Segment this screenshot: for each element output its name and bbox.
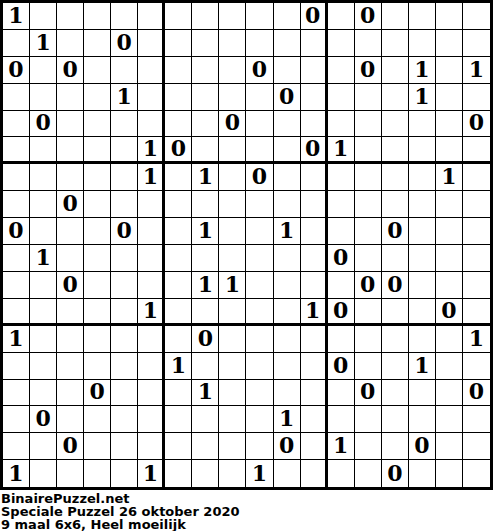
cell-r18c4[interactable] (84, 460, 111, 487)
cell-r3c17[interactable] (436, 57, 463, 84)
cell-r3c8[interactable] (192, 57, 219, 84)
cell-r2c5: 0 (111, 30, 138, 57)
cell-r4c8[interactable] (192, 84, 219, 111)
cell-r7c18[interactable] (463, 164, 490, 191)
cell-r3c14: 0 (355, 57, 382, 84)
cell-r9c11: 1 (274, 218, 301, 245)
cell-r12c7[interactable] (165, 299, 192, 326)
cell-r12c3[interactable] (57, 299, 84, 326)
cell-r13c16[interactable] (409, 326, 436, 353)
cell-r2c17[interactable] (436, 30, 463, 57)
cell-r10c6[interactable] (138, 245, 165, 272)
cell-r2c7[interactable] (165, 30, 192, 57)
cell-r13c1: 1 (3, 326, 30, 353)
cell-r3c18: 1 (463, 57, 490, 84)
cell-r9c16[interactable] (409, 218, 436, 245)
cell-r16c6[interactable] (138, 406, 165, 433)
cell-r8c1[interactable] (3, 191, 30, 218)
cell-r17c17[interactable] (436, 433, 463, 460)
cell-r9c5: 0 (111, 218, 138, 245)
cell-r17c15[interactable] (382, 433, 409, 460)
cell-r12c9[interactable] (219, 299, 246, 326)
cell-r1c16[interactable] (409, 3, 436, 30)
cell-r18c18[interactable] (463, 460, 490, 487)
cell-r6c1[interactable] (3, 137, 30, 164)
cell-r1c18[interactable] (463, 3, 490, 30)
cell-r12c16[interactable] (409, 299, 436, 326)
cell-r10c10[interactable] (246, 245, 273, 272)
cell-r3c15[interactable] (382, 57, 409, 84)
cell-r16c10[interactable] (246, 406, 273, 433)
cell-r15c7[interactable] (165, 380, 192, 407)
cell-r13c12[interactable] (301, 326, 328, 353)
cell-r16c1[interactable] (3, 406, 30, 433)
cell-r16c9[interactable] (219, 406, 246, 433)
cell-r2c10[interactable] (246, 30, 273, 57)
cell-r14c5[interactable] (111, 353, 138, 380)
cell-r7c3[interactable] (57, 164, 84, 191)
cell-r16c8[interactable] (192, 406, 219, 433)
cell-r2c16[interactable] (409, 30, 436, 57)
cell-r1c7[interactable] (165, 3, 192, 30)
cell-r6c14[interactable] (355, 137, 382, 164)
cell-r2c11[interactable] (274, 30, 301, 57)
cell-r4c1[interactable] (3, 84, 30, 111)
cell-r17c14[interactable] (355, 433, 382, 460)
cell-r16c7[interactable] (165, 406, 192, 433)
cell-r8c4[interactable] (84, 191, 111, 218)
cell-r1c17[interactable] (436, 3, 463, 30)
cell-r14c15[interactable] (382, 353, 409, 380)
binary-puzzle-board: 1001000001110100010011101000110100110011… (0, 0, 493, 490)
cell-r18c5[interactable] (111, 460, 138, 487)
cell-r9c4[interactable] (84, 218, 111, 245)
cell-r13c14[interactable] (355, 326, 382, 353)
cell-r15c3[interactable] (57, 380, 84, 407)
cell-r11c6[interactable] (138, 272, 165, 299)
cell-r7c16[interactable] (409, 164, 436, 191)
cell-r4c6[interactable] (138, 84, 165, 111)
cell-r6c13: 1 (328, 137, 355, 164)
cell-r13c7[interactable] (165, 326, 192, 353)
cell-r1c13[interactable] (328, 3, 355, 30)
cell-r6c3[interactable] (57, 137, 84, 164)
cell-r2c15[interactable] (382, 30, 409, 57)
cell-r7c15[interactable] (382, 164, 409, 191)
cell-r8c3: 0 (57, 191, 84, 218)
cell-r16c13[interactable] (328, 406, 355, 433)
cell-r10c17[interactable] (436, 245, 463, 272)
cell-r3c2[interactable] (30, 57, 57, 84)
cell-r15c6[interactable] (138, 380, 165, 407)
cell-r15c15[interactable] (382, 380, 409, 407)
cell-r7c14[interactable] (355, 164, 382, 191)
cell-r2c18[interactable] (463, 30, 490, 57)
cell-r10c16[interactable] (409, 245, 436, 272)
cell-r10c1[interactable] (3, 245, 30, 272)
cell-r9c18[interactable] (463, 218, 490, 245)
cell-r18c8[interactable] (192, 460, 219, 487)
cell-r5c1[interactable] (3, 111, 30, 138)
cell-r11c4[interactable] (84, 272, 111, 299)
cell-r5c18: 0 (463, 111, 490, 138)
cell-r7c2[interactable] (30, 164, 57, 191)
cell-r12c15[interactable] (382, 299, 409, 326)
cell-r15c10[interactable] (246, 380, 273, 407)
cell-r10c15[interactable] (382, 245, 409, 272)
cell-r17c6[interactable] (138, 433, 165, 460)
cell-r8c6[interactable] (138, 191, 165, 218)
cell-r12c14[interactable] (355, 299, 382, 326)
cell-r3c12[interactable] (301, 57, 328, 84)
cell-r10c11[interactable] (274, 245, 301, 272)
cell-r5c8[interactable] (192, 111, 219, 138)
cell-r4c13[interactable] (328, 84, 355, 111)
cell-r5c15[interactable] (382, 111, 409, 138)
cell-r17c3: 0 (57, 433, 84, 460)
cell-r4c7[interactable] (165, 84, 192, 111)
cell-r10c4[interactable] (84, 245, 111, 272)
cell-r14c8[interactable] (192, 353, 219, 380)
cell-r8c2[interactable] (30, 191, 57, 218)
cell-r9c7[interactable] (165, 218, 192, 245)
cell-r11c18[interactable] (463, 272, 490, 299)
cell-r2c6[interactable] (138, 30, 165, 57)
cell-r17c10[interactable] (246, 433, 273, 460)
cell-r6c17[interactable] (436, 137, 463, 164)
cell-r6c2[interactable] (30, 137, 57, 164)
cell-r7c1[interactable] (3, 164, 30, 191)
cell-r11c13[interactable] (328, 272, 355, 299)
cell-r1c14: 0 (355, 3, 382, 30)
cell-r17c12[interactable] (301, 433, 328, 460)
cell-r18c9[interactable] (219, 460, 246, 487)
cell-r6c9[interactable] (219, 137, 246, 164)
cell-r18c13[interactable] (328, 460, 355, 487)
cell-r3c7[interactable] (165, 57, 192, 84)
cell-r13c10[interactable] (246, 326, 273, 353)
cell-r14c7: 1 (165, 353, 192, 380)
cell-r6c10[interactable] (246, 137, 273, 164)
cell-r10c3[interactable] (57, 245, 84, 272)
cell-r13c15[interactable] (382, 326, 409, 353)
cell-r3c5[interactable] (111, 57, 138, 84)
cell-r7c9[interactable] (219, 164, 246, 191)
cell-r5c5[interactable] (111, 111, 138, 138)
cell-r3c6[interactable] (138, 57, 165, 84)
cell-r6c7: 0 (165, 137, 192, 164)
caption-subtitle: 9 maal 6x6, Heel moeilijk (1, 518, 493, 531)
cell-r12c2[interactable] (30, 299, 57, 326)
cell-r8c5[interactable] (111, 191, 138, 218)
cell-r12c13: 0 (328, 299, 355, 326)
cell-r12c6: 1 (138, 299, 165, 326)
cell-r6c12: 0 (301, 137, 328, 164)
cell-r14c17[interactable] (436, 353, 463, 380)
cell-r1c9[interactable] (219, 3, 246, 30)
cell-r15c2[interactable] (30, 380, 57, 407)
cell-r14c9[interactable] (219, 353, 246, 380)
cell-r6c8[interactable] (192, 137, 219, 164)
cell-r7c12[interactable] (301, 164, 328, 191)
cell-r5c13[interactable] (328, 111, 355, 138)
cell-r12c1[interactable] (3, 299, 30, 326)
cell-r17c1[interactable] (3, 433, 30, 460)
cell-r4c17[interactable] (436, 84, 463, 111)
cell-r6c11[interactable] (274, 137, 301, 164)
cell-r1c3[interactable] (57, 3, 84, 30)
cell-r17c4[interactable] (84, 433, 111, 460)
cell-r4c3[interactable] (57, 84, 84, 111)
cell-r9c12[interactable] (301, 218, 328, 245)
cell-r16c16[interactable] (409, 406, 436, 433)
cell-r6c4[interactable] (84, 137, 111, 164)
cell-r10c8[interactable] (192, 245, 219, 272)
cell-r14c10[interactable] (246, 353, 273, 380)
cell-r1c12: 0 (301, 3, 328, 30)
cell-r8c10[interactable] (246, 191, 273, 218)
cell-r11c12[interactable] (301, 272, 328, 299)
cell-r13c2[interactable] (30, 326, 57, 353)
cell-r18c11[interactable] (274, 460, 301, 487)
cell-r7c11[interactable] (274, 164, 301, 191)
cell-r9c17[interactable] (436, 218, 463, 245)
cell-r14c2[interactable] (30, 353, 57, 380)
cell-r17c5[interactable] (111, 433, 138, 460)
cell-r4c5: 1 (111, 84, 138, 111)
cell-r6c5[interactable] (111, 137, 138, 164)
cell-r9c3[interactable] (57, 218, 84, 245)
cell-r18c16[interactable] (409, 460, 436, 487)
cell-r1c6[interactable] (138, 3, 165, 30)
cell-r15c5[interactable] (111, 380, 138, 407)
cell-r1c2[interactable] (30, 3, 57, 30)
cell-r14c12[interactable] (301, 353, 328, 380)
cell-r7c17: 1 (436, 164, 463, 191)
cell-r1c5[interactable] (111, 3, 138, 30)
cell-r18c12[interactable] (301, 460, 328, 487)
cell-r2c14[interactable] (355, 30, 382, 57)
cell-r11c17[interactable] (436, 272, 463, 299)
cell-r9c9[interactable] (219, 218, 246, 245)
cell-r4c11: 0 (274, 84, 301, 111)
cell-r8c9[interactable] (219, 191, 246, 218)
cell-r8c18[interactable] (463, 191, 490, 218)
cell-r10c7[interactable] (165, 245, 192, 272)
cell-r18c3[interactable] (57, 460, 84, 487)
cell-r8c8[interactable] (192, 191, 219, 218)
cell-r2c4[interactable] (84, 30, 111, 57)
cell-r17c8[interactable] (192, 433, 219, 460)
cell-r15c18: 0 (463, 380, 490, 407)
cell-r8c12[interactable] (301, 191, 328, 218)
cell-r7c5[interactable] (111, 164, 138, 191)
cell-r10c12[interactable] (301, 245, 328, 272)
cell-r10c5[interactable] (111, 245, 138, 272)
cell-r8c11[interactable] (274, 191, 301, 218)
cell-r15c16[interactable] (409, 380, 436, 407)
cell-r11c11[interactable] (274, 272, 301, 299)
cell-r7c4[interactable] (84, 164, 111, 191)
cell-r10c9[interactable] (219, 245, 246, 272)
cell-r14c11[interactable] (274, 353, 301, 380)
cell-r5c17[interactable] (436, 111, 463, 138)
cell-r17c7[interactable] (165, 433, 192, 460)
cell-r14c16: 1 (409, 353, 436, 380)
cell-r17c16: 0 (409, 433, 436, 460)
cell-r15c12[interactable] (301, 380, 328, 407)
cell-r4c4[interactable] (84, 84, 111, 111)
cell-r16c4[interactable] (84, 406, 111, 433)
cell-r3c1: 0 (3, 57, 30, 84)
cell-r11c10[interactable] (246, 272, 273, 299)
cell-r18c7[interactable] (165, 460, 192, 487)
cell-r2c8[interactable] (192, 30, 219, 57)
cell-r5c12[interactable] (301, 111, 328, 138)
cell-r16c15[interactable] (382, 406, 409, 433)
cell-r16c5[interactable] (111, 406, 138, 433)
cell-r6c15[interactable] (382, 137, 409, 164)
cell-r17c2[interactable] (30, 433, 57, 460)
cell-r17c9[interactable] (219, 433, 246, 460)
cell-r14c4[interactable] (84, 353, 111, 380)
cell-r14c6[interactable] (138, 353, 165, 380)
cell-r11c2[interactable] (30, 272, 57, 299)
cell-r4c9[interactable] (219, 84, 246, 111)
cell-r12c18[interactable] (463, 299, 490, 326)
cell-r16c14[interactable] (355, 406, 382, 433)
cell-r17c18[interactable] (463, 433, 490, 460)
cell-r5c3[interactable] (57, 111, 84, 138)
cell-r7c13[interactable] (328, 164, 355, 191)
cell-r14c14[interactable] (355, 353, 382, 380)
cell-r9c10[interactable] (246, 218, 273, 245)
cell-r15c17[interactable] (436, 380, 463, 407)
cell-r14c3[interactable] (57, 353, 84, 380)
cell-r11c15: 0 (382, 272, 409, 299)
cell-r18c15: 0 (382, 460, 409, 487)
cell-r8c15[interactable] (382, 191, 409, 218)
cell-r6c6: 1 (138, 137, 165, 164)
cell-r3c9[interactable] (219, 57, 246, 84)
cell-r17c13: 1 (328, 433, 355, 460)
cell-r13c4[interactable] (84, 326, 111, 353)
cell-r8c14[interactable] (355, 191, 382, 218)
cell-r13c9[interactable] (219, 326, 246, 353)
cell-r5c11[interactable] (274, 111, 301, 138)
cell-r11c5[interactable] (111, 272, 138, 299)
cell-r4c10[interactable] (246, 84, 273, 111)
cell-r3c11[interactable] (274, 57, 301, 84)
cell-r13c5[interactable] (111, 326, 138, 353)
cell-r5c6[interactable] (138, 111, 165, 138)
cell-r12c10[interactable] (246, 299, 273, 326)
cell-r13c11[interactable] (274, 326, 301, 353)
cell-r16c11: 1 (274, 406, 301, 433)
cell-r12c5[interactable] (111, 299, 138, 326)
cell-r15c8: 1 (192, 380, 219, 407)
cell-r14c1[interactable] (3, 353, 30, 380)
cell-r1c10[interactable] (246, 3, 273, 30)
cell-r16c3[interactable] (57, 406, 84, 433)
cell-r14c18[interactable] (463, 353, 490, 380)
cell-r8c13[interactable] (328, 191, 355, 218)
cell-r13c3[interactable] (57, 326, 84, 353)
cell-r8c17[interactable] (436, 191, 463, 218)
cell-r18c17[interactable] (436, 460, 463, 487)
cell-r16c17[interactable] (436, 406, 463, 433)
cell-r16c12[interactable] (301, 406, 328, 433)
cell-r8c16[interactable] (409, 191, 436, 218)
cell-r4c12[interactable] (301, 84, 328, 111)
cell-r11c16[interactable] (409, 272, 436, 299)
cell-r5c4[interactable] (84, 111, 111, 138)
cell-r10c18[interactable] (463, 245, 490, 272)
cell-r17c11: 0 (274, 433, 301, 460)
cell-r11c9: 1 (219, 272, 246, 299)
cell-r11c1[interactable] (3, 272, 30, 299)
cell-r9c13[interactable] (328, 218, 355, 245)
cell-r6c18[interactable] (463, 137, 490, 164)
cell-r2c9[interactable] (219, 30, 246, 57)
cell-r1c11[interactable] (274, 3, 301, 30)
cell-r3c13[interactable] (328, 57, 355, 84)
cell-r1c4[interactable] (84, 3, 111, 30)
cell-r2c13[interactable] (328, 30, 355, 57)
cell-r15c11[interactable] (274, 380, 301, 407)
cell-r4c18[interactable] (463, 84, 490, 111)
cell-r16c18[interactable] (463, 406, 490, 433)
cell-r15c9[interactable] (219, 380, 246, 407)
cell-r11c7[interactable] (165, 272, 192, 299)
cell-r9c6[interactable] (138, 218, 165, 245)
cell-r7c10: 0 (246, 164, 273, 191)
cell-r1c8[interactable] (192, 3, 219, 30)
cell-r13c17[interactable] (436, 326, 463, 353)
cell-r13c13[interactable] (328, 326, 355, 353)
cell-r2c1[interactable] (3, 30, 30, 57)
cell-r5c14[interactable] (355, 111, 382, 138)
cell-r7c7[interactable] (165, 164, 192, 191)
cell-r15c13[interactable] (328, 380, 355, 407)
cell-r7c8: 1 (192, 164, 219, 191)
cell-r2c12[interactable] (301, 30, 328, 57)
cell-r18c2[interactable] (30, 460, 57, 487)
cell-r3c4[interactable] (84, 57, 111, 84)
cell-r14c13: 0 (328, 353, 355, 380)
cell-r2c3[interactable] (57, 30, 84, 57)
cell-r12c8[interactable] (192, 299, 219, 326)
cell-r4c14[interactable] (355, 84, 382, 111)
cell-r9c8: 1 (192, 218, 219, 245)
cell-r1c15[interactable] (382, 3, 409, 30)
cell-r12c11[interactable] (274, 299, 301, 326)
cell-r4c15[interactable] (382, 84, 409, 111)
cell-r10c14[interactable] (355, 245, 382, 272)
cell-r5c16[interactable] (409, 111, 436, 138)
cell-r5c10[interactable] (246, 111, 273, 138)
cell-r15c1[interactable] (3, 380, 30, 407)
cell-r12c4[interactable] (84, 299, 111, 326)
cell-r4c2[interactable] (30, 84, 57, 111)
cell-r13c6[interactable] (138, 326, 165, 353)
cell-r8c7[interactable] (165, 191, 192, 218)
cell-r9c14[interactable] (355, 218, 382, 245)
cell-r6c16[interactable] (409, 137, 436, 164)
cell-r5c7[interactable] (165, 111, 192, 138)
cell-r18c14[interactable] (355, 460, 382, 487)
cell-r9c2[interactable] (30, 218, 57, 245)
